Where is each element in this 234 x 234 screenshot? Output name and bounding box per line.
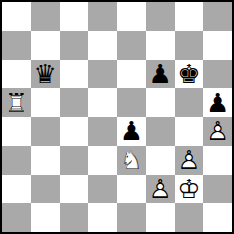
black-pawn-icon: ♟ xyxy=(203,88,232,117)
square-f8[interactable] xyxy=(146,2,175,31)
square-c4[interactable] xyxy=(60,117,89,146)
square-c8[interactable] xyxy=(60,2,89,31)
square-e2[interactable] xyxy=(117,175,146,204)
square-g5[interactable] xyxy=(175,88,204,117)
square-c6[interactable] xyxy=(60,60,89,89)
square-e6[interactable] xyxy=(117,60,146,89)
black-pawn[interactable]: ♟ xyxy=(117,117,146,146)
black-pawn-icon: ♟ xyxy=(146,60,175,89)
square-c7[interactable] xyxy=(60,31,89,60)
white-knight-icon: ♘ xyxy=(117,146,146,175)
square-e1[interactable] xyxy=(117,203,146,232)
square-b5[interactable] xyxy=(31,88,60,117)
square-d3[interactable] xyxy=(88,146,117,175)
square-d7[interactable] xyxy=(88,31,117,60)
square-h3[interactable] xyxy=(203,146,232,175)
square-a6[interactable] xyxy=(2,60,31,89)
white-pawn-icon: ♙ xyxy=(203,117,232,146)
square-c3[interactable] xyxy=(60,146,89,175)
square-f2[interactable]: ♟♙ xyxy=(146,175,175,204)
square-d8[interactable] xyxy=(88,2,117,31)
square-g3[interactable]: ♟♙ xyxy=(175,146,204,175)
square-g2[interactable]: ♚♔ xyxy=(175,175,204,204)
square-h4[interactable]: ♟♙ xyxy=(203,117,232,146)
white-rook-icon: ♖ xyxy=(2,88,31,117)
square-e7[interactable] xyxy=(117,31,146,60)
black-queen-icon: ♛ xyxy=(31,60,60,89)
square-a4[interactable] xyxy=(2,117,31,146)
square-b8[interactable] xyxy=(31,2,60,31)
square-f6[interactable]: ♟ xyxy=(146,60,175,89)
chess-board: ♛♟♚♜♖♟♟♟♙♞♘♟♙♟♙♚♔ xyxy=(0,0,234,234)
square-g7[interactable] xyxy=(175,31,204,60)
square-b4[interactable] xyxy=(31,117,60,146)
square-a2[interactable] xyxy=(2,175,31,204)
square-g4[interactable] xyxy=(175,117,204,146)
square-b2[interactable] xyxy=(31,175,60,204)
square-g1[interactable] xyxy=(175,203,204,232)
square-g8[interactable] xyxy=(175,2,204,31)
square-e8[interactable] xyxy=(117,2,146,31)
white-king-icon: ♔ xyxy=(175,175,204,204)
white-rook[interactable]: ♜♖ xyxy=(2,88,31,117)
square-f4[interactable] xyxy=(146,117,175,146)
square-a5[interactable]: ♜♖ xyxy=(2,88,31,117)
square-f1[interactable] xyxy=(146,203,175,232)
black-pawn-icon: ♟ xyxy=(117,117,146,146)
white-pawn[interactable]: ♟♙ xyxy=(203,117,232,146)
white-pawn-icon: ♙ xyxy=(175,146,204,175)
black-king[interactable]: ♚ xyxy=(175,60,204,89)
square-d2[interactable] xyxy=(88,175,117,204)
black-king-icon: ♚ xyxy=(175,60,204,89)
square-a8[interactable] xyxy=(2,2,31,31)
square-b6[interactable]: ♛ xyxy=(31,60,60,89)
white-pawn[interactable]: ♟♙ xyxy=(175,146,204,175)
square-h8[interactable] xyxy=(203,2,232,31)
square-d6[interactable] xyxy=(88,60,117,89)
square-c2[interactable] xyxy=(60,175,89,204)
square-f7[interactable] xyxy=(146,31,175,60)
chess-diagram: ♛♟♚♜♖♟♟♟♙♞♘♟♙♟♙♚♔ xyxy=(0,0,234,234)
black-pawn[interactable]: ♟ xyxy=(146,60,175,89)
black-queen[interactable]: ♛ xyxy=(31,60,60,89)
square-h6[interactable] xyxy=(203,60,232,89)
square-a3[interactable] xyxy=(2,146,31,175)
white-knight[interactable]: ♞♘ xyxy=(117,146,146,175)
square-b1[interactable] xyxy=(31,203,60,232)
square-a7[interactable] xyxy=(2,31,31,60)
square-h7[interactable] xyxy=(203,31,232,60)
white-king[interactable]: ♚♔ xyxy=(175,175,204,204)
square-e4[interactable]: ♟ xyxy=(117,117,146,146)
square-g6[interactable]: ♚ xyxy=(175,60,204,89)
square-b3[interactable] xyxy=(31,146,60,175)
square-e5[interactable] xyxy=(117,88,146,117)
square-a1[interactable] xyxy=(2,203,31,232)
square-b7[interactable] xyxy=(31,31,60,60)
square-d5[interactable] xyxy=(88,88,117,117)
square-e3[interactable]: ♞♘ xyxy=(117,146,146,175)
black-pawn[interactable]: ♟ xyxy=(203,88,232,117)
square-h5[interactable]: ♟ xyxy=(203,88,232,117)
square-f5[interactable] xyxy=(146,88,175,117)
white-pawn-icon: ♙ xyxy=(146,175,175,204)
square-h1[interactable] xyxy=(203,203,232,232)
square-c1[interactable] xyxy=(60,203,89,232)
square-c5[interactable] xyxy=(60,88,89,117)
square-f3[interactable] xyxy=(146,146,175,175)
square-d1[interactable] xyxy=(88,203,117,232)
square-h2[interactable] xyxy=(203,175,232,204)
square-d4[interactable] xyxy=(88,117,117,146)
white-pawn[interactable]: ♟♙ xyxy=(146,175,175,204)
